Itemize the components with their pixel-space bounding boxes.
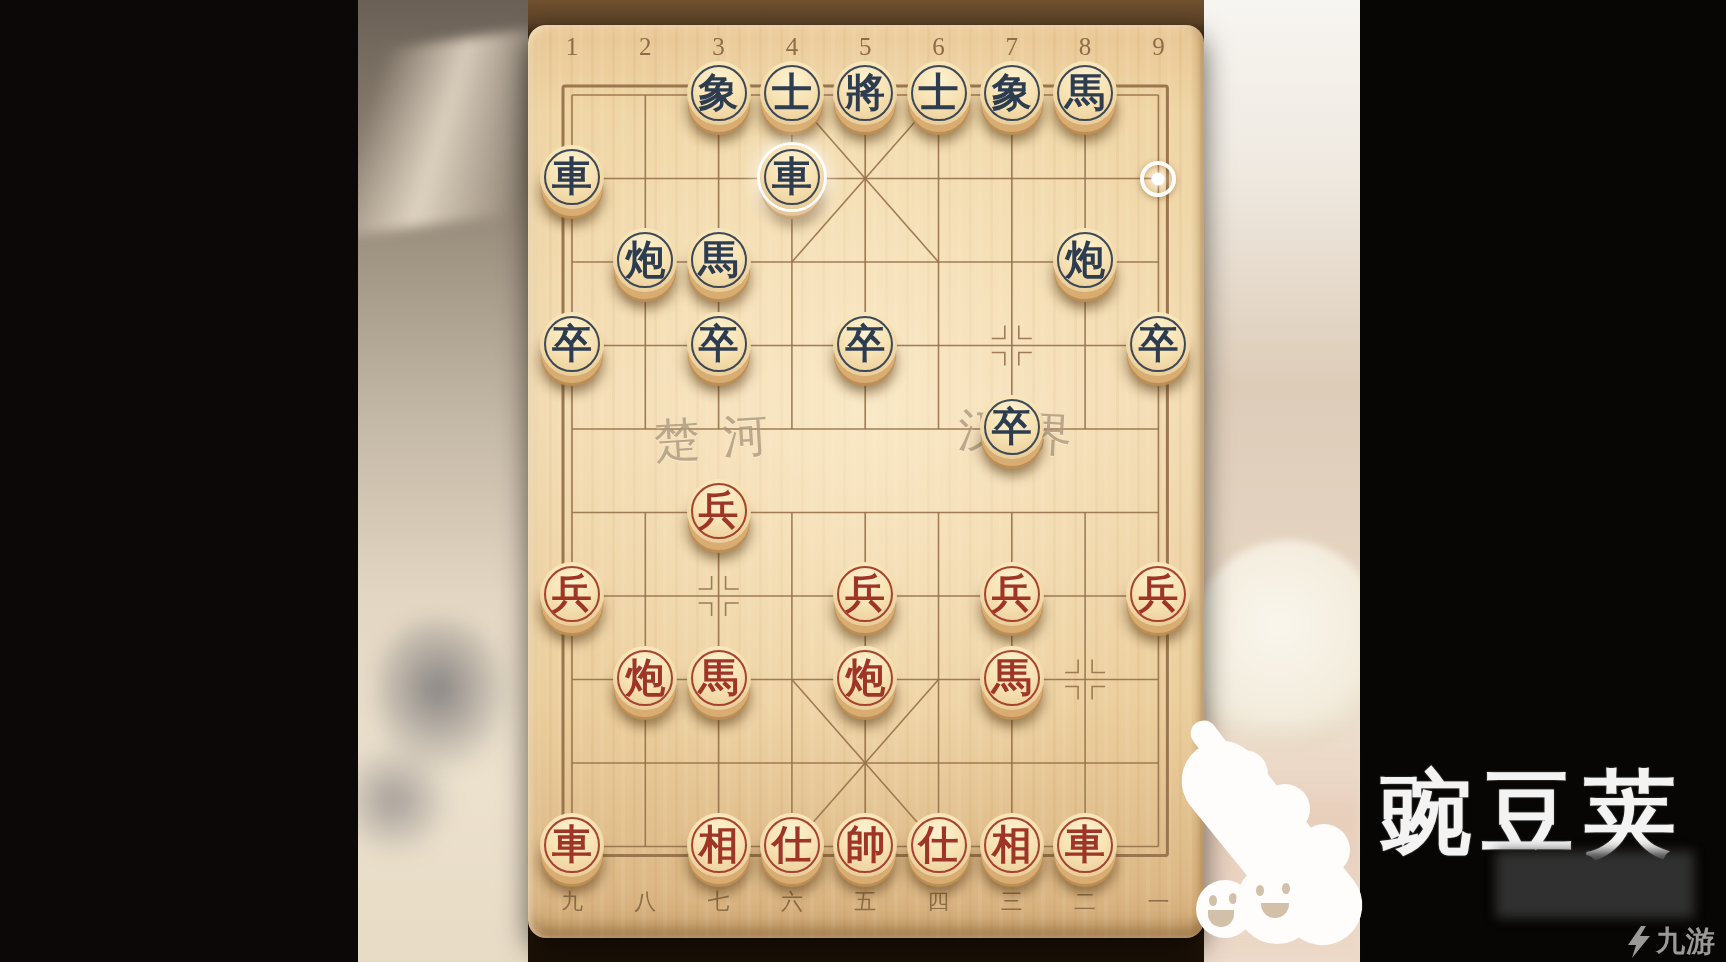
piece-character: 兵: [699, 490, 739, 530]
piece-black-cannon-c8r2[interactable]: 炮: [1053, 228, 1117, 292]
file-label-bottom: 四: [928, 887, 950, 917]
file-label-bottom: 六: [781, 887, 803, 917]
peapod-mascot: [1186, 722, 1386, 962]
piece-black-horse-c3r2[interactable]: 馬: [687, 228, 751, 292]
piece-character: 士: [919, 72, 959, 112]
piece-character: 士: [772, 72, 812, 112]
file-label-bottom: 三: [1001, 887, 1023, 917]
pea-eye: [1256, 885, 1264, 896]
piece-character: 炮: [845, 657, 885, 697]
file-label-top: 2: [639, 33, 652, 61]
file-label-bottom: 五: [854, 887, 876, 917]
piece-character: 兵: [845, 573, 885, 613]
file-label-bottom: 一: [1147, 887, 1169, 917]
piece-character: 炮: [625, 239, 665, 279]
watermark-blur-box: [1496, 851, 1694, 918]
piece-red-general-c5r9[interactable]: 帥: [833, 813, 897, 877]
piece-character: 車: [1065, 824, 1105, 864]
piece-red-advisor-c4r9[interactable]: 仕: [760, 813, 824, 877]
piece-black-soldier-c5r3[interactable]: 卒: [833, 312, 897, 376]
piece-black-horse-c8r0[interactable]: 馬: [1053, 61, 1117, 125]
piece-black-advisor-c6r0[interactable]: 士: [907, 61, 971, 125]
piece-character: 仕: [772, 824, 812, 864]
file-label-top: 1: [566, 33, 579, 61]
file-label-top: 5: [859, 33, 872, 61]
piece-black-advisor-c4r0[interactable]: 士: [760, 61, 824, 125]
pea-mouth: [1208, 910, 1234, 927]
piece-character: 炮: [1065, 239, 1105, 279]
pea-eye: [1209, 895, 1217, 906]
file-label-top: 8: [1079, 33, 1092, 61]
piece-red-cannon-c2r7[interactable]: 炮: [613, 646, 677, 710]
move-origin-marker: [1140, 161, 1176, 197]
piece-character: 兵: [552, 573, 592, 613]
piece-character: 帥: [845, 824, 885, 864]
piece-red-horse-c3r7[interactable]: 馬: [687, 646, 751, 710]
piece-black-soldier-c1r3[interactable]: 卒: [540, 312, 604, 376]
river-text-left: 楚河: [652, 403, 792, 473]
file-label-top: 9: [1152, 33, 1165, 61]
piece-black-chariot-c1r1[interactable]: 車: [540, 145, 604, 209]
file-label-bottom: 八: [634, 887, 656, 917]
piece-character: 馬: [992, 657, 1032, 697]
corner-logo: 九游: [1626, 922, 1716, 962]
piece-character: 卒: [1138, 323, 1178, 363]
piece-red-advisor-c6r9[interactable]: 仕: [907, 813, 971, 877]
pea-face-large: [1236, 862, 1318, 944]
file-label-bottom: 九: [561, 887, 583, 917]
piece-character: 卒: [552, 323, 592, 363]
piece-black-soldier-c7r4[interactable]: 卒: [980, 395, 1044, 459]
piece-character: 馬: [699, 239, 739, 279]
piece-character: 車: [552, 156, 592, 196]
pea-mouth: [1261, 903, 1289, 918]
piece-black-elephant-c7r0[interactable]: 象: [980, 61, 1044, 125]
piece-black-chariot-c4r1[interactable]: 車: [760, 145, 824, 209]
board-grid-lines: [528, 25, 1204, 938]
piece-character: 馬: [699, 657, 739, 697]
piece-black-soldier-c3r3[interactable]: 卒: [687, 312, 751, 376]
piece-red-soldier-c5r6[interactable]: 兵: [833, 562, 897, 626]
piece-red-soldier-c7r6[interactable]: 兵: [980, 562, 1044, 626]
lightning-g-icon: [1626, 926, 1652, 958]
file-label-top: 4: [786, 33, 799, 61]
piece-red-soldier-c1r6[interactable]: 兵: [540, 562, 604, 626]
pea-eye: [1282, 883, 1290, 894]
background-left-photo-strip: [358, 0, 530, 962]
game-screen: 楚河 汉界 123456789九八七六五四三二一 象士將士象馬車車炮馬炮卒卒卒卒…: [0, 0, 1726, 962]
corner-logo-text: 九游: [1656, 922, 1716, 962]
piece-character: 相: [992, 824, 1032, 864]
file-label-top: 7: [1006, 33, 1019, 61]
piece-character: 卒: [992, 406, 1032, 446]
piece-character: 車: [772, 156, 812, 196]
piece-black-cannon-c2r2[interactable]: 炮: [613, 228, 677, 292]
blurred-board-photo: [358, 23, 530, 237]
piece-red-horse-c7r7[interactable]: 馬: [980, 646, 1044, 710]
piece-character: 將: [845, 72, 885, 112]
piece-black-soldier-c9r3[interactable]: 卒: [1126, 312, 1190, 376]
piece-character: 兵: [1138, 573, 1178, 613]
piece-red-chariot-c1r9[interactable]: 車: [540, 813, 604, 877]
file-label-bottom: 二: [1074, 887, 1096, 917]
piece-character: 相: [699, 824, 739, 864]
file-label-top: 6: [932, 33, 945, 61]
file-label-bottom: 七: [708, 887, 730, 917]
piece-character: 象: [992, 72, 1032, 112]
piece-character: 馬: [1065, 72, 1105, 112]
piece-character: 兵: [992, 573, 1032, 613]
background-left-panel: [0, 0, 360, 962]
xiangqi-board[interactable]: 楚河 汉界 123456789九八七六五四三二一 象士將士象馬車車炮馬炮卒卒卒卒…: [528, 25, 1204, 938]
piece-character: 象: [699, 72, 739, 112]
piece-red-soldier-c3r5[interactable]: 兵: [687, 479, 751, 543]
piece-character: 仕: [919, 824, 959, 864]
piece-red-chariot-c8r9[interactable]: 車: [1053, 813, 1117, 877]
piece-black-general-c5r0[interactable]: 將: [833, 61, 897, 125]
piece-character: 炮: [625, 657, 665, 697]
file-label-top: 3: [712, 33, 725, 61]
piece-character: 卒: [845, 323, 885, 363]
piece-red-elephant-c7r9[interactable]: 相: [980, 813, 1044, 877]
piece-character: 卒: [699, 323, 739, 363]
piece-black-elephant-c3r0[interactable]: 象: [687, 61, 751, 125]
piece-character: 車: [552, 824, 592, 864]
piece-red-cannon-c5r7[interactable]: 炮: [833, 646, 897, 710]
piece-red-soldier-c9r6[interactable]: 兵: [1126, 562, 1190, 626]
piece-red-elephant-c3r9[interactable]: 相: [687, 813, 751, 877]
